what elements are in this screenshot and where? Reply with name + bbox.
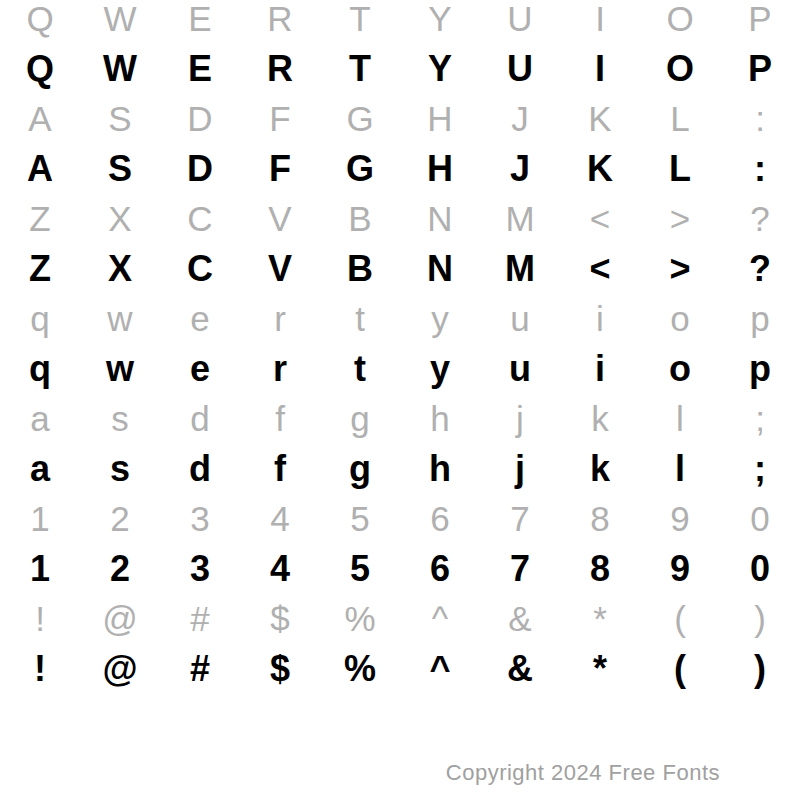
char-row-muted: ZXCVBNM<>? <box>0 194 800 244</box>
grid-cell: ( <box>640 594 720 644</box>
char-row-muted: ASDFGHJKL: <box>0 94 800 144</box>
grid-cell: I <box>560 0 640 44</box>
grid-cell: e <box>160 294 240 344</box>
grid-cell: P <box>720 44 800 94</box>
char-row-bold: QWERTYUIOP <box>0 44 800 94</box>
grid-cell: @ <box>80 594 160 644</box>
grid-cell: ! <box>0 644 80 694</box>
grid-cell: P <box>720 0 800 44</box>
grid-cell: w <box>80 294 160 344</box>
grid-cell: O <box>640 0 720 44</box>
grid-cell: ( <box>640 644 720 694</box>
grid-cell: ^ <box>400 644 480 694</box>
grid-cell: u <box>480 294 560 344</box>
grid-cell: o <box>640 294 720 344</box>
char-row-muted: asdfghjkl; <box>0 394 800 444</box>
char-row-muted: qwertyuiop <box>0 294 800 344</box>
char-row-muted: QWERTYUIOP <box>0 0 800 44</box>
grid-cell: i <box>560 294 640 344</box>
grid-cell: 7 <box>480 494 560 544</box>
grid-cell: 2 <box>80 544 160 594</box>
grid-cell: < <box>560 244 640 294</box>
grid-cell: t <box>320 344 400 394</box>
grid-cell: j <box>480 394 560 444</box>
grid-cell: Q <box>0 0 80 44</box>
grid-cell: 5 <box>320 544 400 594</box>
grid-cell: A <box>0 94 80 144</box>
grid-cell: k <box>560 444 640 494</box>
char-row-muted: !@#$%^&*() <box>0 594 800 644</box>
grid-cell: F <box>240 144 320 194</box>
grid-cell: l <box>640 394 720 444</box>
grid-cell: ! <box>0 594 80 644</box>
grid-cell: o <box>640 344 720 394</box>
grid-cell: 5 <box>320 494 400 544</box>
grid-cell: Z <box>0 244 80 294</box>
grid-cell: J <box>480 144 560 194</box>
grid-cell: ; <box>720 444 800 494</box>
grid-cell: $ <box>240 644 320 694</box>
grid-cell: < <box>560 194 640 244</box>
grid-cell: X <box>80 244 160 294</box>
grid-cell: 1 <box>0 544 80 594</box>
grid-cell: a <box>0 444 80 494</box>
grid-cell: a <box>0 394 80 444</box>
grid-cell: R <box>240 0 320 44</box>
grid-cell: C <box>160 244 240 294</box>
grid-cell: > <box>640 244 720 294</box>
grid-cell: R <box>240 44 320 94</box>
grid-cell: d <box>160 444 240 494</box>
grid-cell: 6 <box>400 494 480 544</box>
grid-cell: r <box>240 344 320 394</box>
grid-cell: Y <box>400 0 480 44</box>
grid-cell: K <box>560 144 640 194</box>
char-row-bold: 1234567890 <box>0 544 800 594</box>
grid-cell: O <box>640 44 720 94</box>
grid-cell: ? <box>720 194 800 244</box>
grid-cell: H <box>400 94 480 144</box>
grid-cell: w <box>80 344 160 394</box>
grid-cell: H <box>400 144 480 194</box>
grid-cell: $ <box>240 594 320 644</box>
char-row-bold: ZXCVBNM<>? <box>0 244 800 294</box>
grid-cell: 0 <box>720 544 800 594</box>
grid-cell: 0 <box>720 494 800 544</box>
grid-cell: M <box>480 194 560 244</box>
grid-cell: S <box>80 94 160 144</box>
char-row-bold: ASDFGHJKL: <box>0 144 800 194</box>
grid-cell: p <box>720 294 800 344</box>
char-row-muted: 1234567890 <box>0 494 800 544</box>
grid-cell: y <box>400 294 480 344</box>
grid-cell: f <box>240 394 320 444</box>
grid-cell: k <box>560 394 640 444</box>
grid-cell: Z <box>0 194 80 244</box>
grid-cell: A <box>0 144 80 194</box>
grid-cell: 3 <box>160 494 240 544</box>
grid-cell: J <box>480 94 560 144</box>
grid-cell: B <box>320 244 400 294</box>
grid-cell: 8 <box>560 544 640 594</box>
grid-cell: f <box>240 444 320 494</box>
grid-cell: S <box>80 144 160 194</box>
grid-cell: & <box>480 594 560 644</box>
grid-cell: ^ <box>400 594 480 644</box>
grid-cell: t <box>320 294 400 344</box>
grid-cell: 1 <box>0 494 80 544</box>
grid-cell: I <box>560 44 640 94</box>
grid-cell: @ <box>80 644 160 694</box>
grid-cell: Y <box>400 44 480 94</box>
grid-cell: % <box>320 644 400 694</box>
grid-cell: G <box>320 144 400 194</box>
grid-cell: * <box>560 644 640 694</box>
grid-cell: i <box>560 344 640 394</box>
grid-cell: ? <box>720 244 800 294</box>
grid-cell: N <box>400 244 480 294</box>
grid-cell: g <box>320 444 400 494</box>
grid-cell: G <box>320 94 400 144</box>
grid-cell: r <box>240 294 320 344</box>
grid-cell: # <box>160 594 240 644</box>
grid-cell: U <box>480 44 560 94</box>
grid-cell: M <box>480 244 560 294</box>
grid-cell: T <box>320 44 400 94</box>
grid-cell: > <box>640 194 720 244</box>
char-row-bold: !@#$%^&*() <box>0 644 800 694</box>
grid-cell: L <box>640 94 720 144</box>
grid-cell: U <box>480 0 560 44</box>
grid-cell: X <box>80 194 160 244</box>
grid-cell: s <box>80 444 160 494</box>
grid-cell: ) <box>720 644 800 694</box>
grid-cell: & <box>480 644 560 694</box>
grid-cell: q <box>0 344 80 394</box>
grid-cell: d <box>160 394 240 444</box>
grid-cell: j <box>480 444 560 494</box>
grid-cell: h <box>400 394 480 444</box>
grid-cell: Q <box>0 44 80 94</box>
grid-cell: 6 <box>400 544 480 594</box>
grid-cell: 7 <box>480 544 560 594</box>
character-grid: QWERTYUIOPQWERTYUIOPASDFGHJKL:ASDFGHJKL:… <box>0 0 800 694</box>
grid-cell: h <box>400 444 480 494</box>
grid-cell: N <box>400 194 480 244</box>
grid-cell: g <box>320 394 400 444</box>
grid-cell: 3 <box>160 544 240 594</box>
grid-cell: K <box>560 94 640 144</box>
grid-cell: * <box>560 594 640 644</box>
grid-cell: : <box>720 144 800 194</box>
grid-cell: p <box>720 344 800 394</box>
char-row-bold: asdfghjkl; <box>0 444 800 494</box>
grid-cell: F <box>240 94 320 144</box>
copyright-text: Copyright 2024 Free Fonts <box>446 760 720 786</box>
grid-cell: 4 <box>240 544 320 594</box>
grid-cell: 9 <box>640 494 720 544</box>
char-row-bold: qwertyuiop <box>0 344 800 394</box>
grid-cell: C <box>160 194 240 244</box>
grid-cell: D <box>160 144 240 194</box>
grid-cell: l <box>640 444 720 494</box>
grid-cell: B <box>320 194 400 244</box>
grid-cell: E <box>160 44 240 94</box>
grid-cell: ) <box>720 594 800 644</box>
grid-cell: W <box>80 44 160 94</box>
grid-cell: L <box>640 144 720 194</box>
grid-cell: u <box>480 344 560 394</box>
grid-cell: 2 <box>80 494 160 544</box>
grid-cell: T <box>320 0 400 44</box>
grid-cell: # <box>160 644 240 694</box>
grid-cell: 4 <box>240 494 320 544</box>
grid-cell: q <box>0 294 80 344</box>
grid-cell: 9 <box>640 544 720 594</box>
grid-cell: s <box>80 394 160 444</box>
grid-cell: D <box>160 94 240 144</box>
grid-cell: W <box>80 0 160 44</box>
grid-cell: : <box>720 94 800 144</box>
grid-cell: y <box>400 344 480 394</box>
grid-cell: E <box>160 0 240 44</box>
grid-cell: e <box>160 344 240 394</box>
grid-cell: V <box>240 244 320 294</box>
grid-cell: 8 <box>560 494 640 544</box>
grid-cell: % <box>320 594 400 644</box>
grid-cell: V <box>240 194 320 244</box>
grid-cell: ; <box>720 394 800 444</box>
